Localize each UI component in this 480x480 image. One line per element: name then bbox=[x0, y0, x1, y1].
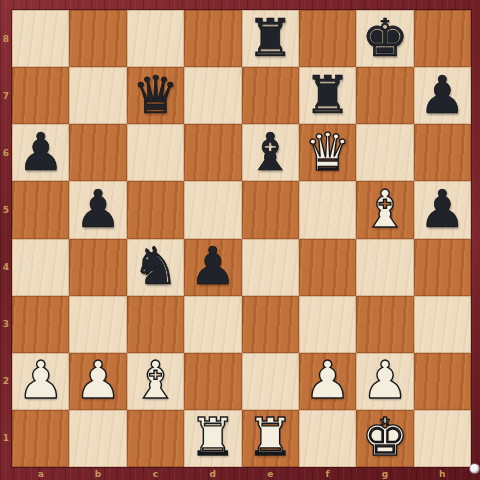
rank-label-1: 1 bbox=[0, 410, 12, 467]
rank-labels: 87654321 bbox=[0, 10, 12, 467]
square-d6[interactable] bbox=[184, 124, 241, 181]
square-b5[interactable]: ♟ bbox=[69, 181, 126, 238]
square-g8[interactable]: ♚ bbox=[356, 10, 413, 67]
square-e1[interactable]: ♜ bbox=[242, 410, 299, 467]
piece-white-bishop[interactable]: ♝ bbox=[362, 183, 409, 235]
square-b8[interactable] bbox=[69, 10, 126, 67]
square-h4[interactable] bbox=[414, 239, 471, 296]
square-a2[interactable]: ♟ bbox=[12, 353, 69, 410]
square-a5[interactable] bbox=[12, 181, 69, 238]
piece-black-pawn[interactable]: ♟ bbox=[17, 126, 64, 178]
piece-black-bishop[interactable]: ♝ bbox=[247, 126, 294, 178]
rank-label-4: 4 bbox=[0, 239, 12, 296]
piece-black-pawn[interactable]: ♟ bbox=[75, 183, 122, 235]
piece-white-bishop[interactable]: ♝ bbox=[132, 354, 179, 406]
square-c2[interactable]: ♝ bbox=[127, 353, 184, 410]
square-d3[interactable] bbox=[184, 296, 241, 353]
piece-black-pawn[interactable]: ♟ bbox=[190, 240, 237, 292]
square-f2[interactable]: ♟ bbox=[299, 353, 356, 410]
rank-label-2: 2 bbox=[0, 353, 12, 410]
file-label-d: d bbox=[184, 467, 241, 480]
square-b1[interactable] bbox=[69, 410, 126, 467]
square-b3[interactable] bbox=[69, 296, 126, 353]
square-d2[interactable] bbox=[184, 353, 241, 410]
square-e7[interactable] bbox=[242, 67, 299, 124]
square-g7[interactable] bbox=[356, 67, 413, 124]
square-e8[interactable]: ♜ bbox=[242, 10, 299, 67]
square-d1[interactable]: ♜ bbox=[184, 410, 241, 467]
file-label-g: g bbox=[356, 467, 413, 480]
file-label-f: f bbox=[299, 467, 356, 480]
square-c8[interactable] bbox=[127, 10, 184, 67]
piece-black-pawn[interactable]: ♟ bbox=[419, 69, 466, 121]
square-c3[interactable] bbox=[127, 296, 184, 353]
square-c6[interactable] bbox=[127, 124, 184, 181]
square-c1[interactable] bbox=[127, 410, 184, 467]
square-d5[interactable] bbox=[184, 181, 241, 238]
square-a6[interactable]: ♟ bbox=[12, 124, 69, 181]
square-h1[interactable] bbox=[414, 410, 471, 467]
rank-label-6: 6 bbox=[0, 124, 12, 181]
square-f6[interactable]: ♛ bbox=[299, 124, 356, 181]
piece-black-knight[interactable]: ♞ bbox=[132, 240, 179, 292]
square-f8[interactable] bbox=[299, 10, 356, 67]
square-b2[interactable]: ♟ bbox=[69, 353, 126, 410]
square-c7[interactable]: ♛ bbox=[127, 67, 184, 124]
piece-white-rook[interactable]: ♜ bbox=[247, 411, 294, 463]
rank-label-8: 8 bbox=[0, 10, 12, 67]
chess-board-frame: 87654321 ♜♚♛♜♟♟♝♛♟♝♟♞♟♟♟♝♟♟♜♜♚ abcdefgh bbox=[0, 0, 480, 480]
square-a4[interactable] bbox=[12, 239, 69, 296]
square-d7[interactable] bbox=[184, 67, 241, 124]
square-e5[interactable] bbox=[242, 181, 299, 238]
rank-label-5: 5 bbox=[0, 181, 12, 238]
square-f7[interactable]: ♜ bbox=[299, 67, 356, 124]
square-e6[interactable]: ♝ bbox=[242, 124, 299, 181]
square-f3[interactable] bbox=[299, 296, 356, 353]
square-g1[interactable]: ♚ bbox=[356, 410, 413, 467]
piece-white-king[interactable]: ♚ bbox=[362, 411, 409, 463]
file-labels: abcdefgh bbox=[12, 467, 471, 480]
piece-white-pawn[interactable]: ♟ bbox=[75, 354, 122, 406]
piece-white-pawn[interactable]: ♟ bbox=[304, 354, 351, 406]
piece-white-pawn[interactable]: ♟ bbox=[362, 354, 409, 406]
square-a8[interactable] bbox=[12, 10, 69, 67]
square-g6[interactable] bbox=[356, 124, 413, 181]
file-label-c: c bbox=[127, 467, 184, 480]
square-g4[interactable] bbox=[356, 239, 413, 296]
white-to-move-indicator bbox=[470, 464, 479, 473]
square-h8[interactable] bbox=[414, 10, 471, 67]
piece-white-rook[interactable]: ♜ bbox=[190, 411, 237, 463]
square-f4[interactable] bbox=[299, 239, 356, 296]
square-h7[interactable]: ♟ bbox=[414, 67, 471, 124]
piece-white-pawn[interactable]: ♟ bbox=[17, 354, 64, 406]
square-g5[interactable]: ♝ bbox=[356, 181, 413, 238]
square-e4[interactable] bbox=[242, 239, 299, 296]
square-c4[interactable]: ♞ bbox=[127, 239, 184, 296]
file-label-h: h bbox=[414, 467, 471, 480]
square-h5[interactable]: ♟ bbox=[414, 181, 471, 238]
rank-label-3: 3 bbox=[0, 296, 12, 353]
square-h6[interactable] bbox=[414, 124, 471, 181]
square-c5[interactable] bbox=[127, 181, 184, 238]
square-h2[interactable] bbox=[414, 353, 471, 410]
square-b7[interactable] bbox=[69, 67, 126, 124]
piece-black-king[interactable]: ♚ bbox=[362, 12, 409, 64]
piece-white-queen[interactable]: ♛ bbox=[304, 126, 351, 178]
file-label-a: a bbox=[12, 467, 69, 480]
square-f5[interactable] bbox=[299, 181, 356, 238]
square-f1[interactable] bbox=[299, 410, 356, 467]
piece-black-rook[interactable]: ♜ bbox=[247, 12, 294, 64]
square-b6[interactable] bbox=[69, 124, 126, 181]
square-a1[interactable] bbox=[12, 410, 69, 467]
piece-black-rook[interactable]: ♜ bbox=[304, 69, 351, 121]
rank-label-7: 7 bbox=[0, 67, 12, 124]
chess-board: ♜♚♛♜♟♟♝♛♟♝♟♞♟♟♟♝♟♟♜♜♚ bbox=[12, 10, 471, 467]
square-g2[interactable]: ♟ bbox=[356, 353, 413, 410]
square-b4[interactable] bbox=[69, 239, 126, 296]
square-a3[interactable] bbox=[12, 296, 69, 353]
square-e3[interactable] bbox=[242, 296, 299, 353]
square-d8[interactable] bbox=[184, 10, 241, 67]
file-label-b: b bbox=[69, 467, 126, 480]
square-e2[interactable] bbox=[242, 353, 299, 410]
square-a7[interactable] bbox=[12, 67, 69, 124]
piece-black-queen[interactable]: ♛ bbox=[132, 69, 179, 121]
square-h3[interactable] bbox=[414, 296, 471, 353]
square-g3[interactable] bbox=[356, 296, 413, 353]
square-d4[interactable]: ♟ bbox=[184, 239, 241, 296]
piece-black-pawn[interactable]: ♟ bbox=[419, 183, 466, 235]
file-label-e: e bbox=[242, 467, 299, 480]
